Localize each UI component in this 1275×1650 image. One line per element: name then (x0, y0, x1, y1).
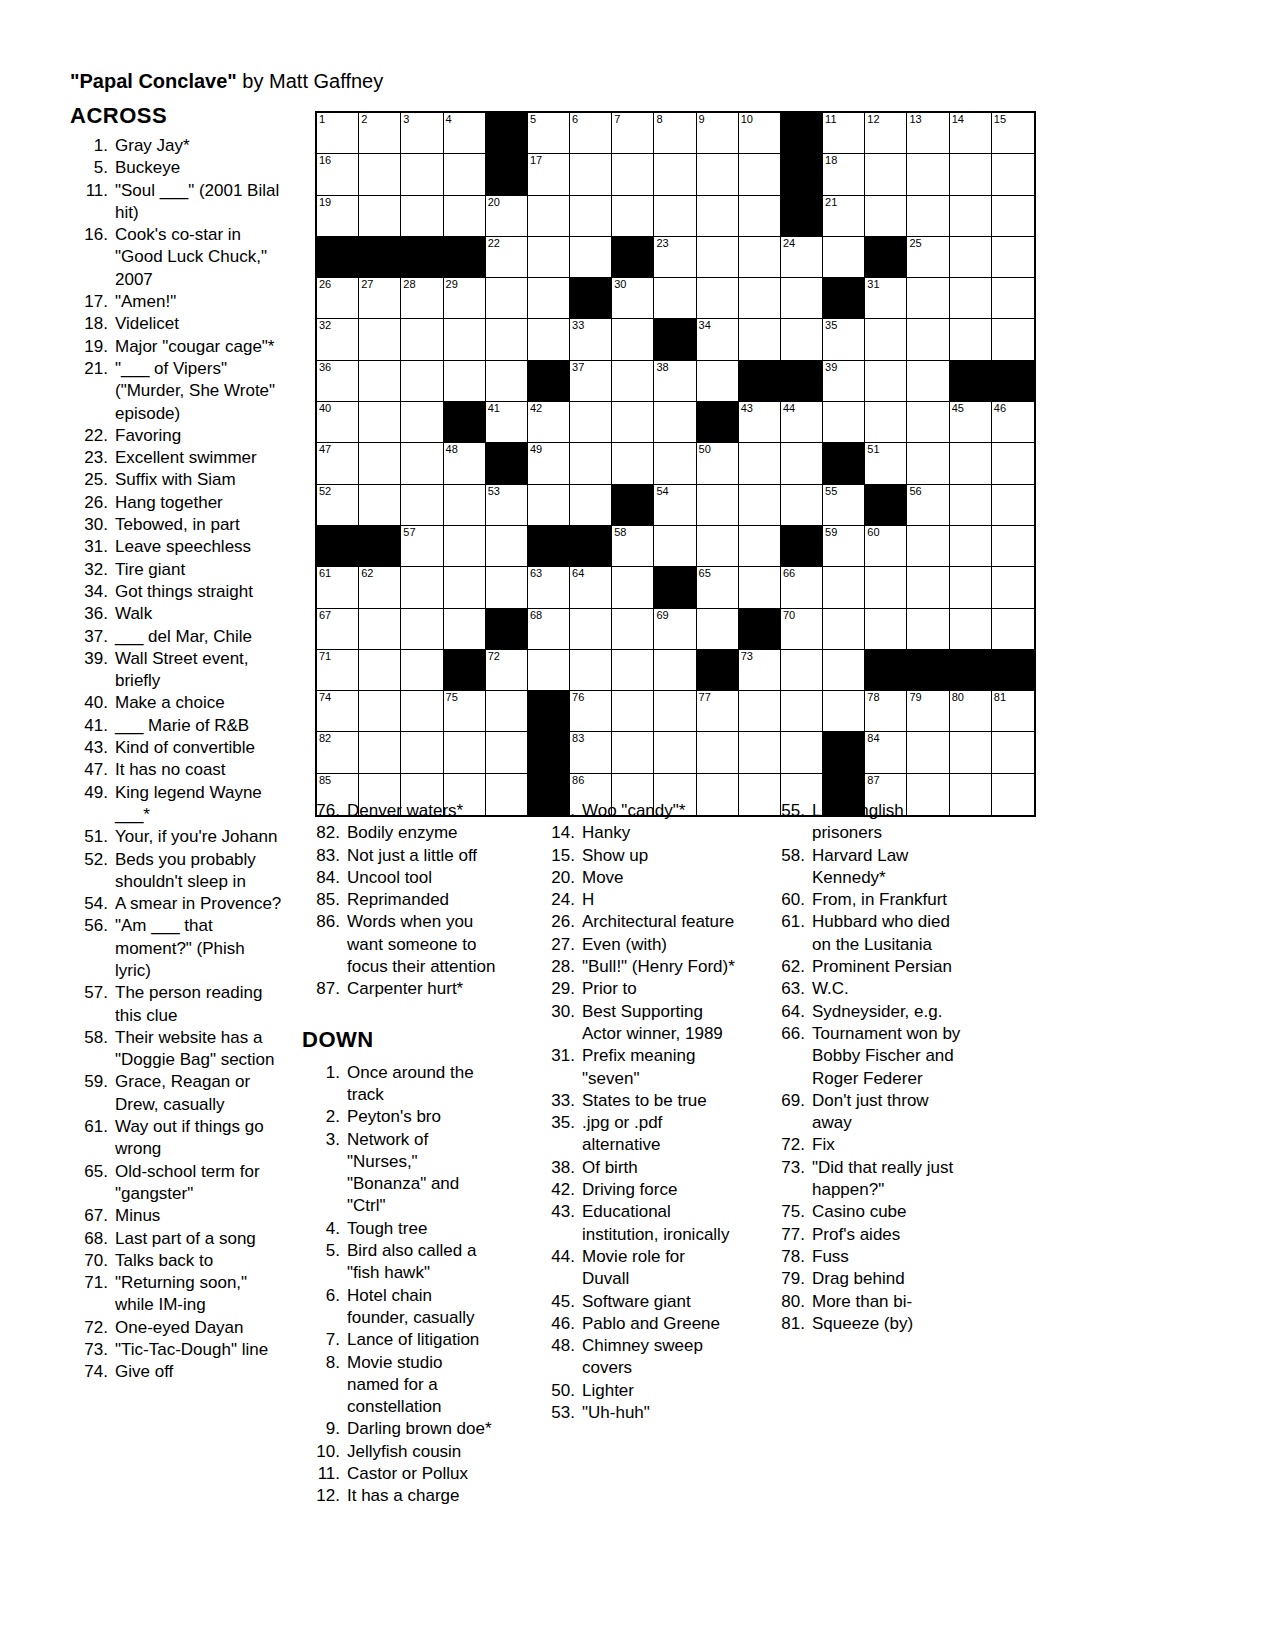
cell-r14c3[interactable] (401, 650, 443, 691)
clue-text: Beds you probably shouldn't sleep in (115, 849, 284, 894)
crossword-grid[interactable]: 1234567891011121314151617181920212223242… (315, 111, 1036, 817)
clue-text: Movie studio named for a constellation (347, 1352, 497, 1419)
cell-r1c17[interactable]: 15 (992, 113, 1034, 154)
cell-r5c12[interactable] (781, 278, 823, 319)
cell-r3c11[interactable] (739, 196, 781, 237)
cell-r13c8[interactable] (612, 609, 654, 650)
cell-r9c2[interactable] (359, 443, 401, 484)
cell-r14c11[interactable]: 73 (739, 650, 781, 691)
cell-r10c10[interactable] (697, 485, 739, 526)
cell-number: 49 (530, 443, 542, 456)
cell-r8c9[interactable] (654, 402, 696, 443)
cell-r2c13[interactable]: 18 (823, 154, 865, 195)
cell-r16c14[interactable]: 84 (865, 732, 907, 773)
clue-number: 59. (70, 1071, 115, 1116)
cell-r15c11[interactable] (739, 691, 781, 732)
cell-r11c5[interactable] (486, 526, 528, 567)
cell-r3c17[interactable] (992, 196, 1034, 237)
clue-across-65: 65.Old-school term for "gangster" (70, 1161, 284, 1206)
cell-r8c13[interactable] (823, 402, 865, 443)
cell-r13c14[interactable] (865, 609, 907, 650)
cell-r10c16[interactable] (950, 485, 992, 526)
cell-number: 22 (488, 237, 500, 250)
cell-r9c16[interactable] (950, 443, 992, 484)
cell-r1c6[interactable]: 5 (528, 113, 570, 154)
cell-r8c15[interactable] (907, 402, 949, 443)
clue-text: Words when you want someone to focus the… (347, 911, 497, 978)
cell-r16c10[interactable] (697, 732, 739, 773)
clue-across-82: 82.Bodily enzyme (302, 822, 497, 844)
clue-text: Denver waters* (347, 800, 497, 822)
cell-r16c15[interactable] (907, 732, 949, 773)
cell-r10c15[interactable]: 56 (907, 485, 949, 526)
cell-number: 50 (699, 443, 711, 456)
cell-r2c9[interactable] (654, 154, 696, 195)
clue-number: 54. (70, 893, 115, 915)
cell-r16c4[interactable] (444, 732, 486, 773)
cell-r13c3[interactable] (401, 609, 443, 650)
clue-down-81: 81.Squeeze (by) (767, 1313, 963, 1335)
cell-r16c17[interactable] (992, 732, 1034, 773)
cell-r2c7[interactable] (570, 154, 612, 195)
clue-down-9: 9.Darling brown doe* (302, 1418, 497, 1440)
cell-r9c9[interactable] (654, 443, 696, 484)
cell-r1c3[interactable]: 3 (401, 113, 443, 154)
cell-r10c1[interactable]: 52 (317, 485, 359, 526)
cell-r10c4[interactable] (444, 485, 486, 526)
cell-r14c8[interactable] (612, 650, 654, 691)
clue-number: 11. (70, 180, 115, 225)
clue-text: The person reading this clue (115, 982, 284, 1027)
cell-r14c5[interactable]: 72 (486, 650, 528, 691)
cell-r1c2[interactable]: 2 (359, 113, 401, 154)
cell-r15c3[interactable] (401, 691, 443, 732)
cell-r13c15[interactable] (907, 609, 949, 650)
clue-down-3: 3.Network of "Nurses," "Bonanza" and "Ct… (302, 1129, 497, 1218)
clue-number: 7. (302, 1329, 347, 1351)
cell-r10c17[interactable] (992, 485, 1034, 526)
cell-r1c1[interactable]: 1 (317, 113, 359, 154)
cell-r3c1[interactable]: 19 (317, 196, 359, 237)
cell-r5c10[interactable] (697, 278, 739, 319)
cell-r12c5[interactable] (486, 567, 528, 608)
clue-down-53: 53."Uh-huh" (537, 1402, 735, 1424)
clue-text: Their website has a "Doggie Bag" section (115, 1027, 284, 1072)
cell-r16c12[interactable] (781, 732, 823, 773)
cell-r16c8[interactable] (612, 732, 654, 773)
cell-r15c14[interactable]: 78 (865, 691, 907, 732)
cell-r2c14[interactable] (865, 154, 907, 195)
cell-r13c9[interactable]: 69 (654, 609, 696, 650)
clue-text: From, in Frankfurt (812, 889, 963, 911)
cell-number: 60 (867, 526, 879, 539)
cell-number: 20 (488, 196, 500, 209)
clue-text: Leave speechless (115, 536, 284, 558)
cell-number: 45 (952, 402, 964, 415)
cell-r5c8[interactable]: 30 (612, 278, 654, 319)
cell-r15c7[interactable]: 76 (570, 691, 612, 732)
cell-r7c3[interactable] (401, 361, 443, 402)
cell-r9c8[interactable] (612, 443, 654, 484)
cell-r1c14[interactable]: 12 (865, 113, 907, 154)
cell-r13c2[interactable] (359, 609, 401, 650)
cell-r9c11[interactable] (739, 443, 781, 484)
cell-r4c16[interactable] (950, 237, 992, 278)
clue-text: ___ Marie of R&B (115, 715, 284, 737)
cell-r5c2[interactable]: 27 (359, 278, 401, 319)
cell-r4c10[interactable] (697, 237, 739, 278)
cell-r10c6[interactable] (528, 485, 570, 526)
cell-r12c14[interactable] (865, 567, 907, 608)
cell-r9c1[interactable]: 47 (317, 443, 359, 484)
cell-r5c5[interactable] (486, 278, 528, 319)
cell-r2c8[interactable] (612, 154, 654, 195)
clue-number: 21. (70, 358, 115, 425)
cell-r4c12[interactable]: 24 (781, 237, 823, 278)
cell-r1c4[interactable]: 4 (444, 113, 486, 154)
cell-number: 65 (699, 567, 711, 580)
cell-r2c16[interactable] (950, 154, 992, 195)
cell-r12c6[interactable]: 63 (528, 567, 570, 608)
cell-r16c2[interactable] (359, 732, 401, 773)
cell-r10c9[interactable]: 54 (654, 485, 696, 526)
clue-down-27: 27.Even (with) (537, 934, 735, 956)
cell-r8c7[interactable] (570, 402, 612, 443)
cell-r14c7[interactable] (570, 650, 612, 691)
cell-r12c10[interactable]: 65 (697, 567, 739, 608)
cell-r16c16[interactable] (950, 732, 992, 773)
cell-r7c2[interactable] (359, 361, 401, 402)
cell-r3c4[interactable] (444, 196, 486, 237)
clue-down-80: 80.More than bi- (767, 1291, 963, 1313)
cell-r8c1[interactable]: 40 (317, 402, 359, 443)
cell-r8c12[interactable]: 44 (781, 402, 823, 443)
cell-r11c11[interactable] (739, 526, 781, 567)
cell-r5c3[interactable]: 28 (401, 278, 443, 319)
cell-r12c2[interactable]: 62 (359, 567, 401, 608)
cell-r11c9[interactable] (654, 526, 696, 567)
cell-r6c4[interactable] (444, 319, 486, 360)
cell-r15c8[interactable] (612, 691, 654, 732)
cell-r2c10[interactable] (697, 154, 739, 195)
clue-number: 19. (70, 336, 115, 358)
cell-r15c9[interactable] (654, 691, 696, 732)
cell-r9c14[interactable]: 51 (865, 443, 907, 484)
cell-number: 21 (825, 196, 837, 209)
cell-r3c3[interactable] (401, 196, 443, 237)
clue-text: W.C. (812, 978, 963, 1000)
clue-down-64: 64.Sydneysider, e.g. (767, 1001, 963, 1023)
cell-r12c15[interactable] (907, 567, 949, 608)
cell-number: 59 (825, 526, 837, 539)
cell-r15c2[interactable] (359, 691, 401, 732)
cell-r7c9[interactable]: 38 (654, 361, 696, 402)
cell-r4c7[interactable] (570, 237, 612, 278)
cell-r5c9[interactable] (654, 278, 696, 319)
cell-r1c11[interactable]: 10 (739, 113, 781, 154)
cell-r13c16[interactable] (950, 609, 992, 650)
cell-number: 23 (656, 237, 668, 250)
cell-r3c16[interactable] (950, 196, 992, 237)
cell-number: 67 (319, 609, 331, 622)
cell-r13c1[interactable]: 67 (317, 609, 359, 650)
clue-text: Reprimanded (347, 889, 497, 911)
cell-r9c4[interactable]: 48 (444, 443, 486, 484)
cell-r11c15[interactable] (907, 526, 949, 567)
cell-r13c17[interactable] (992, 609, 1034, 650)
cell-r6c3[interactable] (401, 319, 443, 360)
cell-r14c13[interactable] (823, 650, 865, 691)
cell-r2c3[interactable] (401, 154, 443, 195)
cell-r2c17[interactable] (992, 154, 1034, 195)
cell-r2c15[interactable] (907, 154, 949, 195)
cell-r9c12[interactable] (781, 443, 823, 484)
cell-r7c14[interactable] (865, 361, 907, 402)
clue-number: 44. (537, 1246, 582, 1291)
cell-r10c12[interactable] (781, 485, 823, 526)
cell-r15c1[interactable]: 74 (317, 691, 359, 732)
cell-r9c6[interactable]: 49 (528, 443, 570, 484)
cell-r6c14[interactable] (865, 319, 907, 360)
cell-r6c16[interactable] (950, 319, 992, 360)
cell-r12c8[interactable] (612, 567, 654, 608)
cell-r10c11[interactable] (739, 485, 781, 526)
cell-r13c10[interactable] (697, 609, 739, 650)
clue-number: 75. (767, 1201, 812, 1223)
clue-number: 1. (70, 135, 115, 157)
cell-r16c7[interactable]: 83 (570, 732, 612, 773)
clue-text: "Amen!" (115, 291, 284, 313)
clue-number: 58. (70, 1027, 115, 1072)
cell-r14c9[interactable] (654, 650, 696, 691)
cell-r13c4[interactable] (444, 609, 486, 650)
cell-r2c4[interactable] (444, 154, 486, 195)
clue-text: More than bi- (812, 1291, 963, 1313)
cell-r11c4[interactable] (444, 526, 486, 567)
cell-r12c11[interactable] (739, 567, 781, 608)
clue-text: Best Supporting Actor winner, 1989 (582, 1001, 735, 1046)
cell-r4c9[interactable]: 23 (654, 237, 696, 278)
cell-r16c11[interactable] (739, 732, 781, 773)
cell-r6c1[interactable]: 32 (317, 319, 359, 360)
cell-r5c4[interactable]: 29 (444, 278, 486, 319)
cell-r15c15[interactable]: 79 (907, 691, 949, 732)
cell-r6c8[interactable] (612, 319, 654, 360)
cell-r17c17[interactable] (992, 774, 1034, 815)
cell-r7c5[interactable] (486, 361, 528, 402)
cell-r3c2[interactable] (359, 196, 401, 237)
cell-r5c6[interactable] (528, 278, 570, 319)
cell-r2c1[interactable]: 16 (317, 154, 359, 195)
cell-number: 1 (319, 113, 325, 126)
cell-r9c10[interactable]: 50 (697, 443, 739, 484)
cell-r2c6[interactable]: 17 (528, 154, 570, 195)
cell-number: 68 (530, 609, 542, 622)
cell-r8c5[interactable]: 41 (486, 402, 528, 443)
cell-r8c11[interactable]: 43 (739, 402, 781, 443)
cell-r4c17[interactable] (992, 237, 1034, 278)
cell-r5c16[interactable] (950, 278, 992, 319)
cell-r7c15[interactable] (907, 361, 949, 402)
cell-r4c6[interactable] (528, 237, 570, 278)
cell-r8c3[interactable] (401, 402, 443, 443)
block-r1c5 (486, 113, 528, 154)
clue-number: 11. (302, 1463, 347, 1485)
cell-r8c16[interactable]: 45 (950, 402, 992, 443)
clue-text: Hang together (115, 492, 284, 514)
cell-r11c3[interactable]: 57 (401, 526, 443, 567)
cell-number: 66 (783, 567, 795, 580)
cell-number: 85 (319, 774, 331, 787)
cell-r11c16[interactable] (950, 526, 992, 567)
across-header: ACROSS (70, 103, 284, 129)
cell-r1c8[interactable]: 7 (612, 113, 654, 154)
cell-r11c17[interactable] (992, 526, 1034, 567)
cell-r1c9[interactable]: 8 (654, 113, 696, 154)
cell-r13c13[interactable] (823, 609, 865, 650)
cell-r6c13[interactable]: 35 (823, 319, 865, 360)
cell-r10c13[interactable]: 55 (823, 485, 865, 526)
clue-text: Hotel chain founder, casually (347, 1285, 497, 1330)
cell-r13c7[interactable] (570, 609, 612, 650)
cell-r16c9[interactable] (654, 732, 696, 773)
cell-r12c1[interactable]: 61 (317, 567, 359, 608)
cell-r4c15[interactable]: 25 (907, 237, 949, 278)
block-r7c17 (992, 361, 1034, 402)
cell-r6c15[interactable] (907, 319, 949, 360)
clue-number: 17. (70, 291, 115, 313)
cell-r16c3[interactable] (401, 732, 443, 773)
cell-r7c8[interactable] (612, 361, 654, 402)
cell-r5c1[interactable]: 26 (317, 278, 359, 319)
cell-r16c1[interactable]: 82 (317, 732, 359, 773)
cell-r5c17[interactable] (992, 278, 1034, 319)
clue-across-18: 18.Videlicet (70, 313, 284, 335)
cell-number: 36 (319, 361, 331, 374)
clue-text: Last part of a song (115, 1228, 284, 1250)
cell-number: 9 (699, 113, 705, 126)
cell-r6c2[interactable] (359, 319, 401, 360)
cell-r8c6[interactable]: 42 (528, 402, 570, 443)
cell-r12c12[interactable]: 66 (781, 567, 823, 608)
clue-down-73: 73."Did that really just happen?" (767, 1157, 963, 1202)
cell-r3c6[interactable] (528, 196, 570, 237)
clue-down-33: 33.States to be true (537, 1090, 735, 1112)
clue-text: Casino cube (812, 1201, 963, 1223)
cell-r6c10[interactable]: 34 (697, 319, 739, 360)
cell-r6c12[interactable] (781, 319, 823, 360)
cell-r9c15[interactable] (907, 443, 949, 484)
cell-r3c13[interactable]: 21 (823, 196, 865, 237)
cell-r6c11[interactable] (739, 319, 781, 360)
cell-r9c3[interactable] (401, 443, 443, 484)
cell-r3c7[interactable] (570, 196, 612, 237)
cell-r2c2[interactable] (359, 154, 401, 195)
clue-text: Lighter (582, 1380, 735, 1402)
cell-r12c17[interactable] (992, 567, 1034, 608)
cell-r11c13[interactable]: 59 (823, 526, 865, 567)
cell-r9c7[interactable] (570, 443, 612, 484)
cell-r1c15[interactable]: 13 (907, 113, 949, 154)
cell-r11c14[interactable]: 60 (865, 526, 907, 567)
clue-text: Prof's aides (812, 1224, 963, 1246)
cell-r12c4[interactable] (444, 567, 486, 608)
cell-r7c10[interactable] (697, 361, 739, 402)
cell-r3c9[interactable] (654, 196, 696, 237)
cell-r1c7[interactable]: 6 (570, 113, 612, 154)
cell-r10c3[interactable] (401, 485, 443, 526)
cell-r8c2[interactable] (359, 402, 401, 443)
cell-r16c5[interactable] (486, 732, 528, 773)
cell-r8c8[interactable] (612, 402, 654, 443)
cell-r7c1[interactable]: 36 (317, 361, 359, 402)
cell-r4c11[interactable] (739, 237, 781, 278)
cell-r15c10[interactable]: 77 (697, 691, 739, 732)
cell-r14c6[interactable] (528, 650, 570, 691)
cell-r1c10[interactable]: 9 (697, 113, 739, 154)
cell-r6c17[interactable] (992, 319, 1034, 360)
cell-r7c4[interactable] (444, 361, 486, 402)
cell-r15c16[interactable]: 80 (950, 691, 992, 732)
clue-number: 12. (302, 1485, 347, 1507)
cell-r12c7[interactable]: 64 (570, 567, 612, 608)
cell-r7c7[interactable]: 37 (570, 361, 612, 402)
cell-r3c15[interactable] (907, 196, 949, 237)
cell-r15c5[interactable] (486, 691, 528, 732)
cell-r1c13[interactable]: 11 (823, 113, 865, 154)
cell-r7c13[interactable]: 39 (823, 361, 865, 402)
clue-text: Way out if things go wrong (115, 1116, 284, 1161)
clue-number: 62. (767, 956, 812, 978)
cell-r6c5[interactable] (486, 319, 528, 360)
cell-r3c14[interactable] (865, 196, 907, 237)
cell-r14c1[interactable]: 71 (317, 650, 359, 691)
cell-r15c13[interactable] (823, 691, 865, 732)
cell-r1c16[interactable]: 14 (950, 113, 992, 154)
cell-r4c13[interactable] (823, 237, 865, 278)
cell-r10c7[interactable] (570, 485, 612, 526)
cell-r14c2[interactable] (359, 650, 401, 691)
cell-r6c6[interactable] (528, 319, 570, 360)
cell-r4c5[interactable]: 22 (486, 237, 528, 278)
cell-r12c3[interactable] (401, 567, 443, 608)
cell-r12c16[interactable] (950, 567, 992, 608)
cell-r9c17[interactable] (992, 443, 1034, 484)
cell-r15c4[interactable]: 75 (444, 691, 486, 732)
cell-r15c17[interactable]: 81 (992, 691, 1034, 732)
cell-r13c6[interactable]: 68 (528, 609, 570, 650)
cell-r5c15[interactable] (907, 278, 949, 319)
cell-r3c8[interactable] (612, 196, 654, 237)
cell-r10c5[interactable]: 53 (486, 485, 528, 526)
cell-r3c10[interactable] (697, 196, 739, 237)
cell-r13c12[interactable]: 70 (781, 609, 823, 650)
cell-r3c5[interactable]: 20 (486, 196, 528, 237)
cell-r8c14[interactable] (865, 402, 907, 443)
cell-r11c8[interactable]: 58 (612, 526, 654, 567)
cell-r2c11[interactable] (739, 154, 781, 195)
cell-r5c11[interactable] (739, 278, 781, 319)
cell-r10c2[interactable] (359, 485, 401, 526)
cell-r11c10[interactable] (697, 526, 739, 567)
cell-r14c12[interactable] (781, 650, 823, 691)
cell-r5c14[interactable]: 31 (865, 278, 907, 319)
cell-r8c17[interactable]: 46 (992, 402, 1034, 443)
cell-r6c7[interactable]: 33 (570, 319, 612, 360)
cell-r12c13[interactable] (823, 567, 865, 608)
clue-text: Major "cougar cage"* (115, 336, 284, 358)
cell-r15c12[interactable] (781, 691, 823, 732)
